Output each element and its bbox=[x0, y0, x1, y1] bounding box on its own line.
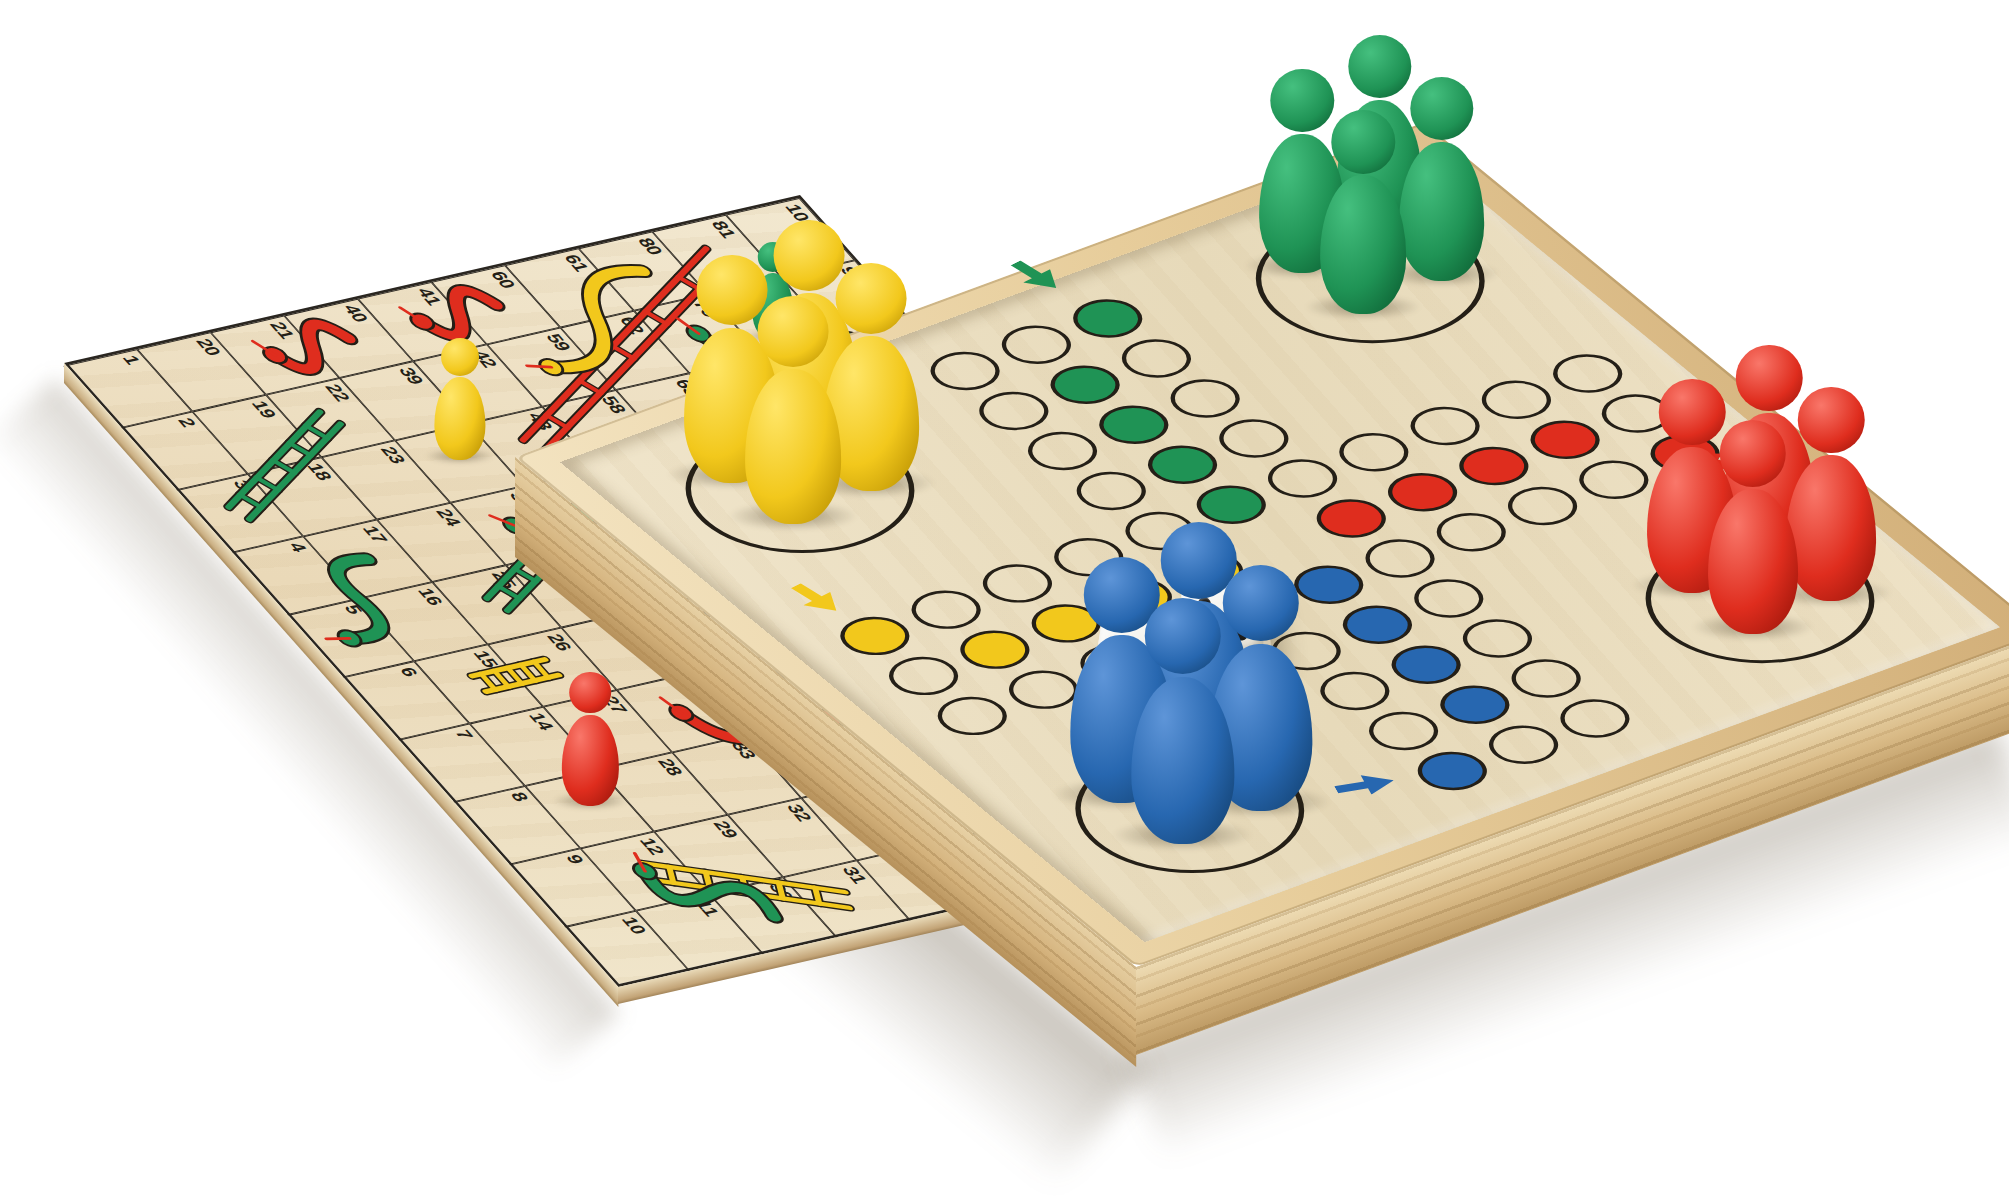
pawn-body bbox=[562, 715, 618, 806]
ludo-circle-green bbox=[1086, 398, 1182, 451]
ladder-rung bbox=[306, 424, 327, 440]
ludo-track-circle bbox=[917, 344, 1013, 397]
start-arrow-blue bbox=[1330, 769, 1401, 801]
ludo-track-circle bbox=[969, 557, 1065, 610]
ludo-track-circle bbox=[1326, 426, 1422, 479]
ludo-track-circle bbox=[898, 583, 994, 636]
ludo-track-circle bbox=[1547, 692, 1643, 745]
pawn-head bbox=[1410, 77, 1473, 140]
ludo-track-circle bbox=[924, 689, 1020, 742]
pawn-green[interactable] bbox=[1320, 110, 1406, 314]
pawn-green[interactable] bbox=[1399, 77, 1485, 281]
ludo-track-circle bbox=[1401, 572, 1497, 625]
ludo-track-circle bbox=[988, 318, 1084, 371]
ladder-rung bbox=[613, 344, 634, 360]
ludo-track-circle bbox=[1449, 612, 1545, 665]
ladder-rung bbox=[273, 459, 294, 475]
ludo-track-circle bbox=[1157, 372, 1253, 425]
ludo-circle-yellow bbox=[827, 609, 923, 662]
ludo-track-circle bbox=[1540, 347, 1636, 400]
ladder-rung bbox=[257, 476, 278, 492]
ladder-rung bbox=[498, 584, 519, 600]
start-arrow-yellow bbox=[780, 578, 853, 619]
ladder-rung bbox=[580, 379, 601, 395]
ludo-circle-red bbox=[1517, 413, 1613, 466]
pawn-body bbox=[1708, 489, 1798, 635]
ludo-circle-blue bbox=[1427, 678, 1523, 731]
ludo-track-circle bbox=[1356, 704, 1452, 757]
pawn-head bbox=[1720, 420, 1787, 487]
ladder-rung bbox=[646, 310, 667, 326]
ludo-track-circle bbox=[966, 384, 1062, 437]
pawn-red[interactable] bbox=[1708, 420, 1798, 634]
snake-green bbox=[292, 557, 424, 640]
pawn-head bbox=[1331, 110, 1394, 173]
pawn-head bbox=[1144, 598, 1220, 674]
ludo-circle-red bbox=[1375, 466, 1471, 519]
pawn-yellow[interactable] bbox=[435, 338, 486, 460]
pawn-head bbox=[569, 672, 611, 714]
pawn-body bbox=[1399, 142, 1485, 281]
start-arrow-green bbox=[1000, 255, 1073, 296]
pawn-body bbox=[1786, 455, 1876, 601]
ludo-track-circle bbox=[1307, 664, 1403, 717]
ludo-circle-green bbox=[1060, 292, 1156, 345]
ladder-rung bbox=[290, 441, 311, 457]
pawn-red[interactable] bbox=[1786, 387, 1876, 601]
ludo-track-circle bbox=[1498, 652, 1594, 705]
ludo-circle-yellow bbox=[947, 623, 1043, 676]
ladder-rung bbox=[547, 413, 568, 429]
ludo-track-circle bbox=[1397, 400, 1493, 453]
ludo-track-circle bbox=[1423, 506, 1519, 559]
ludo-track-circle bbox=[1255, 452, 1351, 505]
ludo-circle-green bbox=[1135, 438, 1231, 491]
ludo-circle-blue bbox=[1404, 744, 1500, 797]
pawn-body bbox=[745, 369, 841, 524]
ludo-track-circle bbox=[1206, 412, 1302, 465]
ludo-circle-red bbox=[1303, 492, 1399, 545]
pawn-head bbox=[441, 338, 479, 376]
ludo-track-circle bbox=[1015, 424, 1111, 477]
pawn-head bbox=[758, 296, 829, 367]
pawn-body bbox=[1320, 175, 1406, 314]
pawn-head bbox=[836, 263, 907, 334]
ludo-track-circle bbox=[1476, 718, 1572, 771]
pawn-body bbox=[435, 377, 486, 460]
ludo-circle-green bbox=[1037, 358, 1133, 411]
ludo-circle-red bbox=[1446, 440, 1542, 493]
pawn-red[interactable] bbox=[562, 672, 618, 806]
ladder-rung bbox=[240, 493, 261, 509]
ludo-circle-blue bbox=[1378, 638, 1474, 691]
pawn-blue[interactable] bbox=[1131, 598, 1234, 844]
ludo-track-circle bbox=[1063, 464, 1159, 517]
pawn-head bbox=[1798, 387, 1865, 454]
ludo-track-circle bbox=[1352, 532, 1448, 585]
ludo-track-circle bbox=[1495, 480, 1591, 533]
pawn-yellow[interactable] bbox=[745, 296, 841, 524]
ludo-track-circle bbox=[1468, 373, 1564, 426]
ludo-circle-blue bbox=[1329, 598, 1425, 651]
pawn-body bbox=[1131, 677, 1234, 844]
scene: 1234567891011121314151617181920212223242… bbox=[0, 0, 2009, 1200]
ludo-track-circle bbox=[1108, 332, 1204, 385]
ludo-track-circle bbox=[876, 649, 972, 702]
